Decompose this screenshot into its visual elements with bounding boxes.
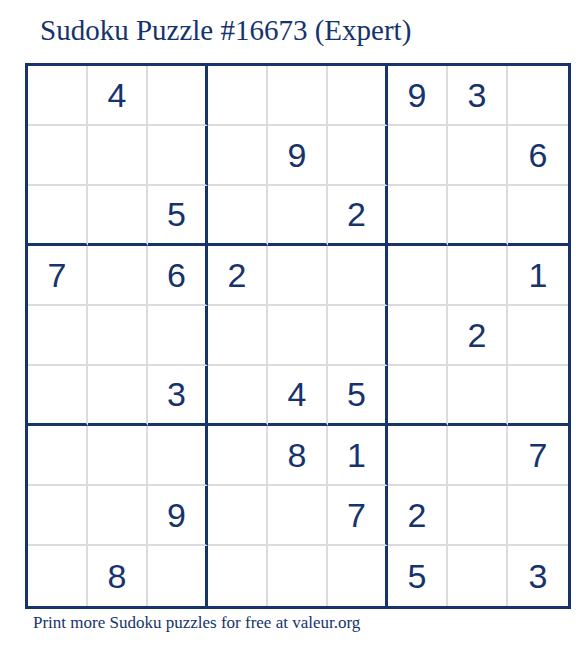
cell-r1c8: 3 xyxy=(448,66,508,126)
cell-r6c7 xyxy=(388,366,448,426)
cell-r7c3 xyxy=(148,426,208,486)
cell-r1c5 xyxy=(268,66,328,126)
cell-r6c4 xyxy=(208,366,268,426)
footer-credit: Print more Sudoku puzzles for free at va… xyxy=(33,613,360,633)
cell-r3c3: 5 xyxy=(148,186,208,246)
cell-r1c9 xyxy=(508,66,568,126)
cell-r8c1 xyxy=(28,486,88,546)
cell-r3c1 xyxy=(28,186,88,246)
cell-r6c3: 3 xyxy=(148,366,208,426)
cell-r4c3: 6 xyxy=(148,246,208,306)
cell-r5c5 xyxy=(268,306,328,366)
cell-r6c9 xyxy=(508,366,568,426)
cell-r9c6 xyxy=(328,546,388,606)
cell-r8c4 xyxy=(208,486,268,546)
cell-r9c3 xyxy=(148,546,208,606)
cell-r5c7 xyxy=(388,306,448,366)
cell-r2c9: 6 xyxy=(508,126,568,186)
cell-r5c3 xyxy=(148,306,208,366)
cell-r6c1 xyxy=(28,366,88,426)
cell-r6c6: 5 xyxy=(328,366,388,426)
cell-r5c2 xyxy=(88,306,148,366)
cell-r8c3: 9 xyxy=(148,486,208,546)
cell-r4c1: 7 xyxy=(28,246,88,306)
cell-r5c1 xyxy=(28,306,88,366)
cell-r3c2 xyxy=(88,186,148,246)
cell-r3c4 xyxy=(208,186,268,246)
cell-r7c4 xyxy=(208,426,268,486)
cell-r2c3 xyxy=(148,126,208,186)
cell-r8c2 xyxy=(88,486,148,546)
cell-r9c4 xyxy=(208,546,268,606)
cell-r7c5: 8 xyxy=(268,426,328,486)
cell-r4c8 xyxy=(448,246,508,306)
cell-r1c6 xyxy=(328,66,388,126)
cell-r8c5 xyxy=(268,486,328,546)
cell-r7c1 xyxy=(28,426,88,486)
cell-r8c7: 2 xyxy=(388,486,448,546)
cell-r7c6: 1 xyxy=(328,426,388,486)
cell-r2c6 xyxy=(328,126,388,186)
cell-r7c9: 7 xyxy=(508,426,568,486)
cell-r4c7 xyxy=(388,246,448,306)
cell-r2c7 xyxy=(388,126,448,186)
cell-r2c4 xyxy=(208,126,268,186)
cell-r4c9: 1 xyxy=(508,246,568,306)
sudoku-print-page: Sudoku Puzzle #16673 (Expert) 4939652762… xyxy=(0,0,580,651)
cell-r3c9 xyxy=(508,186,568,246)
cell-r5c6 xyxy=(328,306,388,366)
cell-r1c7: 9 xyxy=(388,66,448,126)
page-title: Sudoku Puzzle #16673 (Expert) xyxy=(40,14,411,47)
cell-r7c8 xyxy=(448,426,508,486)
cell-r5c9 xyxy=(508,306,568,366)
cell-r2c5: 9 xyxy=(268,126,328,186)
cell-r3c6: 2 xyxy=(328,186,388,246)
cell-r5c4 xyxy=(208,306,268,366)
cell-r1c1 xyxy=(28,66,88,126)
cell-r9c1 xyxy=(28,546,88,606)
cell-r9c5 xyxy=(268,546,328,606)
cell-r3c8 xyxy=(448,186,508,246)
cell-r9c8 xyxy=(448,546,508,606)
cell-r7c2 xyxy=(88,426,148,486)
cell-r7c7 xyxy=(388,426,448,486)
cell-r9c7: 5 xyxy=(388,546,448,606)
cell-r2c1 xyxy=(28,126,88,186)
cell-r4c5 xyxy=(268,246,328,306)
sudoku-grid: 493965276212345817972853 xyxy=(25,63,571,609)
cell-r6c5: 4 xyxy=(268,366,328,426)
cell-r6c8 xyxy=(448,366,508,426)
cell-r4c2 xyxy=(88,246,148,306)
cell-r5c8: 2 xyxy=(448,306,508,366)
cell-r2c2 xyxy=(88,126,148,186)
cell-r1c2: 4 xyxy=(88,66,148,126)
cell-r9c9: 3 xyxy=(508,546,568,606)
cell-r3c5 xyxy=(268,186,328,246)
cell-r2c8 xyxy=(448,126,508,186)
cell-r1c4 xyxy=(208,66,268,126)
cell-r8c9 xyxy=(508,486,568,546)
cell-r8c6: 7 xyxy=(328,486,388,546)
cell-r3c7 xyxy=(388,186,448,246)
cell-r4c6 xyxy=(328,246,388,306)
cell-r4c4: 2 xyxy=(208,246,268,306)
cell-r9c2: 8 xyxy=(88,546,148,606)
cell-r8c8 xyxy=(448,486,508,546)
cell-r6c2 xyxy=(88,366,148,426)
cell-r1c3 xyxy=(148,66,208,126)
